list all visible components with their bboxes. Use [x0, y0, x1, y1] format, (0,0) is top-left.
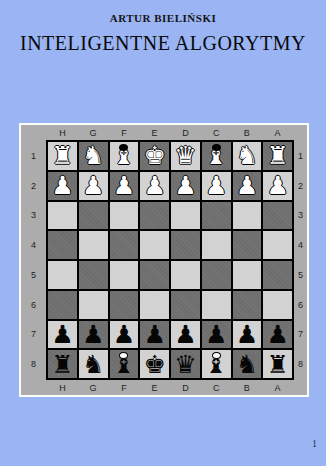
- black-pawn-icon: ♟: [113, 322, 135, 347]
- square-b6: [233, 291, 262, 319]
- black-rook-icon: ♜: [266, 352, 288, 377]
- white-pawn-icon: ♟: [205, 173, 227, 198]
- file-label-h: H: [48, 380, 77, 395]
- square-c1: ♝: [202, 142, 231, 170]
- file-label-b: B: [233, 125, 262, 140]
- page-number: 1: [312, 438, 317, 449]
- square-e1: ♚: [140, 142, 169, 170]
- square-c2: ♟: [202, 172, 231, 200]
- square-g3: [79, 202, 108, 230]
- square-d7: ♟: [171, 321, 200, 349]
- file-label-b: B: [233, 380, 262, 395]
- white-knight-icon: ♞: [82, 143, 104, 168]
- square-g6: [79, 291, 108, 319]
- rank-label-3: 3: [294, 202, 307, 230]
- square-a8: ♜: [263, 350, 292, 378]
- square-h1: ♜: [48, 142, 77, 170]
- black-king-icon: ♚: [143, 352, 165, 377]
- white-pawn-icon: ♟: [113, 173, 135, 198]
- square-b4: [233, 231, 262, 259]
- black-pawn-icon: ♟: [266, 322, 288, 347]
- square-a2: ♟: [263, 172, 292, 200]
- white-rook-icon: ♜: [51, 143, 73, 168]
- square-g1: ♞: [79, 142, 108, 170]
- square-g2: ♟: [79, 172, 108, 200]
- square-h2: ♟: [48, 172, 77, 200]
- white-pawn-icon: ♟: [236, 173, 258, 198]
- square-f8: ♝: [110, 350, 139, 378]
- board-squares: ♜♞♝♚♛♝♞♜♟♟♟♟♟♟♟♟♟♟♟♟♟♟♟♟♜♞♝♚♛♝♞♜: [46, 140, 294, 380]
- square-d8: ♛: [171, 350, 200, 378]
- rank-label-7: 7: [21, 321, 46, 349]
- square-f6: [110, 291, 139, 319]
- square-h3: [48, 202, 77, 230]
- file-label-f: F: [110, 380, 139, 395]
- square-d1: ♛: [171, 142, 200, 170]
- rank-label-8: 8: [21, 350, 46, 378]
- file-label-g: G: [79, 125, 108, 140]
- square-d5: [171, 261, 200, 289]
- rank-label-2: 2: [294, 172, 307, 200]
- square-d2: ♟: [171, 172, 200, 200]
- square-c5: [202, 261, 231, 289]
- rank-label-5: 5: [21, 261, 46, 289]
- square-d3: [171, 202, 200, 230]
- black-pawn-icon: ♟: [82, 322, 104, 347]
- chess-board: HGFEDCBA 12345678 ♜♞♝♚♛♝♞♜♟♟♟♟♟♟♟♟♟♟♟♟♟♟…: [19, 123, 309, 397]
- rank-label-5: 5: [294, 261, 307, 289]
- white-pawn-icon: ♟: [82, 173, 104, 198]
- rank-label-2: 2: [21, 172, 46, 200]
- file-label-d: D: [171, 380, 200, 395]
- file-label-c: C: [202, 380, 231, 395]
- black-pawn-icon: ♟: [205, 322, 227, 347]
- square-a4: [263, 231, 292, 259]
- square-c8: ♝: [202, 350, 231, 378]
- square-a1: ♜: [263, 142, 292, 170]
- bishop-head-dot: [212, 352, 221, 359]
- square-f1: ♝: [110, 142, 139, 170]
- black-pawn-icon: ♟: [174, 322, 196, 347]
- black-rook-icon: ♜: [51, 352, 73, 377]
- white-rook-icon: ♜: [266, 143, 288, 168]
- square-g8: ♞: [79, 350, 108, 378]
- square-h6: [48, 291, 77, 319]
- white-knight-icon: ♞: [236, 143, 258, 168]
- square-g7: ♟: [79, 321, 108, 349]
- square-b8: ♞: [233, 350, 262, 378]
- rank-label-1: 1: [21, 142, 46, 170]
- square-f2: ♟: [110, 172, 139, 200]
- file-label-e: E: [140, 125, 169, 140]
- square-h8: ♜: [48, 350, 77, 378]
- black-knight-icon: ♞: [82, 352, 104, 377]
- rank-label-3: 3: [21, 202, 46, 230]
- square-b1: ♞: [233, 142, 262, 170]
- file-labels-top: HGFEDCBA: [46, 125, 294, 140]
- rank-label-4: 4: [21, 231, 46, 259]
- rank-label-1: 1: [294, 142, 307, 170]
- author-name: ARTUR BIELIŃSKI: [0, 12, 326, 24]
- square-e5: [140, 261, 169, 289]
- file-label-a: A: [263, 125, 292, 140]
- rank-labels-left: 12345678: [21, 140, 46, 380]
- black-queen-icon: ♛: [174, 352, 196, 377]
- square-b2: ♟: [233, 172, 262, 200]
- rank-label-6: 6: [21, 291, 46, 319]
- white-pawn-icon: ♟: [266, 173, 288, 198]
- square-e8: ♚: [140, 350, 169, 378]
- file-label-g: G: [79, 380, 108, 395]
- white-pawn-icon: ♟: [51, 173, 73, 198]
- square-f4: [110, 231, 139, 259]
- rank-label-8: 8: [294, 350, 307, 378]
- white-king-icon: ♚: [143, 143, 165, 168]
- square-c7: ♟: [202, 321, 231, 349]
- square-e6: [140, 291, 169, 319]
- file-label-c: C: [202, 125, 231, 140]
- square-e2: ♟: [140, 172, 169, 200]
- square-f7: ♟: [110, 321, 139, 349]
- square-e3: [140, 202, 169, 230]
- black-pawn-icon: ♟: [51, 322, 73, 347]
- rank-label-4: 4: [294, 231, 307, 259]
- file-label-a: A: [263, 380, 292, 395]
- square-g5: [79, 261, 108, 289]
- black-knight-icon: ♞: [236, 352, 258, 377]
- square-d4: [171, 231, 200, 259]
- square-a5: [263, 261, 292, 289]
- square-d6: [171, 291, 200, 319]
- square-b5: [233, 261, 262, 289]
- square-c3: [202, 202, 231, 230]
- square-b7: ♟: [233, 321, 262, 349]
- white-pawn-icon: ♟: [143, 173, 165, 198]
- square-f3: [110, 202, 139, 230]
- square-c6: [202, 291, 231, 319]
- square-b3: [233, 202, 262, 230]
- file-label-e: E: [140, 380, 169, 395]
- square-a6: [263, 291, 292, 319]
- rank-labels-right: 12345678: [294, 140, 307, 380]
- square-a3: [263, 202, 292, 230]
- black-pawn-icon: ♟: [236, 322, 258, 347]
- file-label-h: H: [48, 125, 77, 140]
- square-f5: [110, 261, 139, 289]
- white-pawn-icon: ♟: [174, 173, 196, 198]
- square-e4: [140, 231, 169, 259]
- file-labels-bottom: HGFEDCBA: [46, 380, 294, 395]
- square-g4: [79, 231, 108, 259]
- square-c4: [202, 231, 231, 259]
- square-h4: [48, 231, 77, 259]
- square-a7: ♟: [263, 321, 292, 349]
- book-title: INTELIGENTNE ALGORYTMY: [0, 32, 326, 55]
- bishop-head-dot: [212, 144, 221, 151]
- black-pawn-icon: ♟: [143, 322, 165, 347]
- file-label-d: D: [171, 125, 200, 140]
- square-h7: ♟: [48, 321, 77, 349]
- file-label-f: F: [110, 125, 139, 140]
- white-queen-icon: ♛: [174, 143, 196, 168]
- square-e7: ♟: [140, 321, 169, 349]
- rank-label-7: 7: [294, 321, 307, 349]
- rank-label-6: 6: [294, 291, 307, 319]
- square-h5: [48, 261, 77, 289]
